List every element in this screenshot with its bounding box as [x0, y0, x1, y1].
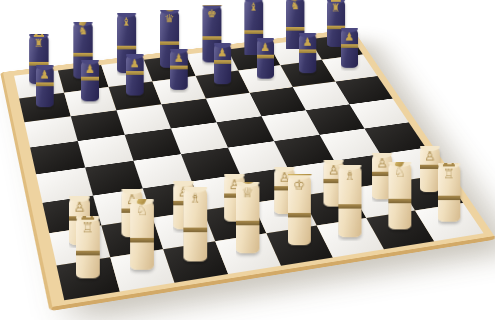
piece-cream-knight-b1[interactable]: ♘ — [130, 199, 154, 270]
pawn-glyph: ♟ — [81, 63, 99, 74]
piece-cream-bishop-f1[interactable]: ♗ — [338, 165, 361, 238]
gold-band — [257, 55, 274, 59]
knight-glyph: ♘ — [130, 204, 154, 218]
queen-gold-accent-icon — [240, 169, 256, 184]
gold-band — [438, 195, 461, 199]
chess-photo-scene: ♜♞♝♛♚♝♞♜♟♟♟♟♟♟♟♟♙♙♙♙♙♙♙♙♖♘♗♕♔♗♘♖ — [0, 0, 495, 320]
gold-band — [36, 83, 54, 87]
piece-cream-king-e1[interactable]: ♔ — [288, 174, 311, 245]
gold-band — [244, 31, 263, 35]
gold-band — [117, 46, 136, 50]
gold-band — [341, 45, 358, 49]
bishop-glyph: ♝ — [244, 2, 263, 13]
square-b1[interactable]: ♘ — [110, 249, 174, 291]
gold-band — [130, 238, 154, 243]
rook-crenellation — [78, 211, 98, 218]
knight-glyph: ♞ — [286, 0, 305, 11]
rook-glyph: ♖ — [76, 221, 100, 235]
king-glyph: ♔ — [288, 179, 311, 192]
board: ♜♞♝♛♚♝♞♜♟♟♟♟♟♟♟♟♙♙♙♙♙♙♙♙♖♘♗♕♔♗♘♖ — [14, 34, 484, 300]
piece-navy-pawn-g7[interactable]: ♟ — [299, 33, 316, 73]
piece-cream-queen-d1[interactable]: ♕ — [236, 182, 260, 254]
gold-band — [170, 66, 188, 70]
gold-band — [76, 250, 100, 255]
gold-band — [388, 199, 411, 203]
pawn-glyph: ♟ — [257, 42, 274, 53]
knight-glyph: ♘ — [388, 166, 411, 179]
bishop-glyph: ♗ — [183, 191, 207, 205]
square-a1[interactable]: ♖ — [57, 257, 120, 300]
gold-band — [126, 72, 144, 76]
pawn-glyph: ♟ — [341, 31, 358, 42]
gold-band — [214, 61, 232, 65]
piece-navy-pawn-e7[interactable]: ♟ — [214, 43, 232, 84]
pawn-glyph: ♟ — [214, 47, 232, 58]
rook-glyph: ♜ — [29, 38, 48, 49]
gold-band — [160, 42, 179, 46]
gold-band — [81, 77, 99, 81]
gold-band — [202, 36, 221, 40]
queen-gold-accent-icon — [163, 0, 176, 11]
square-b7[interactable]: ♟ — [64, 87, 116, 116]
piece-navy-pawn-d7[interactable]: ♟ — [170, 49, 188, 90]
gold-band — [288, 213, 311, 217]
gold-band — [338, 205, 361, 209]
knight-glyph: ♞ — [73, 25, 92, 36]
gold-band — [183, 228, 207, 233]
square-b6[interactable] — [71, 110, 125, 141]
king-gold-accent-icon — [202, 0, 222, 6]
piece-cream-rook-a1[interactable]: ♖ — [76, 216, 100, 278]
pawn-glyph: ♟ — [299, 37, 316, 48]
piece-navy-pawn-h7[interactable]: ♟ — [341, 28, 358, 68]
piece-cream-rook-h1[interactable]: ♖ — [438, 163, 461, 222]
piece-navy-pawn-a7[interactable]: ♟ — [36, 65, 54, 107]
pawn-glyph: ♟ — [36, 69, 54, 80]
gold-band — [299, 50, 316, 54]
rook-glyph: ♜ — [327, 3, 346, 14]
piece-navy-pawn-c7[interactable]: ♟ — [126, 54, 144, 95]
queen-glyph: ♕ — [236, 186, 260, 199]
pawn-glyph: ♙ — [420, 150, 440, 163]
pawn-glyph: ♟ — [170, 53, 188, 64]
piece-navy-pawn-b7[interactable]: ♟ — [81, 60, 99, 102]
square-a6[interactable] — [24, 116, 77, 147]
gold-band — [236, 221, 260, 225]
queen-glyph: ♛ — [160, 13, 179, 24]
bishop-glyph: ♗ — [338, 169, 361, 182]
rook-glyph: ♖ — [438, 168, 461, 181]
rook-crenellation — [440, 158, 458, 165]
square-a5[interactable] — [30, 141, 85, 174]
board-3d-wrapper: ♜♞♝♛♚♝♞♜♟♟♟♟♟♟♟♟♙♙♙♙♙♙♙♙♖♘♗♕♔♗♘♖ — [0, 29, 495, 311]
piece-navy-pawn-f7[interactable]: ♟ — [257, 38, 274, 79]
bishop-glyph: ♝ — [117, 16, 136, 27]
pawn-glyph: ♟ — [126, 58, 144, 69]
piece-cream-bishop-c1[interactable]: ♗ — [183, 187, 207, 262]
king-glyph: ♚ — [202, 8, 221, 19]
square-f1[interactable]: ♗ — [317, 218, 384, 258]
piece-cream-knight-g1[interactable]: ♘ — [388, 162, 411, 230]
rook-crenellation — [31, 29, 47, 35]
board-frame: ♜♞♝♛♚♝♞♜♟♟♟♟♟♟♟♟♙♙♙♙♙♙♙♙♖♘♗♕♔♗♘♖ — [0, 29, 495, 311]
